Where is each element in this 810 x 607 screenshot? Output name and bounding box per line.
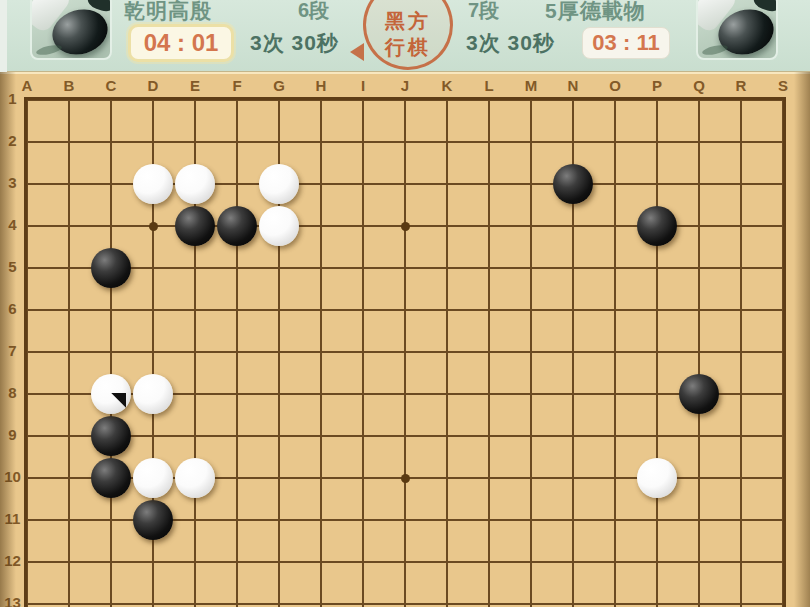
column-label-M: M	[521, 77, 541, 94]
column-label-R: R	[731, 77, 751, 94]
star-point-D4	[149, 222, 158, 231]
avatar-leaf-shadow	[701, 43, 728, 56]
column-label-F: F	[227, 77, 247, 94]
column-label-P: P	[647, 77, 667, 94]
black-player-name: 乾明高殷	[124, 0, 212, 25]
black-player-clock: 04 : 01	[128, 24, 234, 62]
last-move-triangle-marker	[111, 393, 126, 408]
white-stone-P10	[637, 458, 677, 498]
left-edge-strip	[0, 0, 7, 72]
column-label-I: I	[353, 77, 373, 94]
black-player-byoyomi: 3次 30秒	[250, 29, 339, 57]
left-shadow-vignette	[0, 72, 16, 607]
turn-stamp-line1: 黑方	[385, 8, 431, 34]
black-stone-E4	[175, 206, 215, 246]
black-stone-Q8	[679, 374, 719, 414]
column-label-C: C	[101, 77, 121, 94]
black-stone-C5	[91, 248, 131, 288]
column-label-E: E	[185, 77, 205, 94]
black-stone-D11	[133, 500, 173, 540]
game-header: 乾明高殷 6段 04 : 01 3次 30秒 黑方 行棋 7段 5厚德載物 3次…	[0, 0, 810, 72]
white-player-avatar	[696, 0, 778, 60]
column-label-S: S	[773, 77, 793, 94]
column-label-G: G	[269, 77, 289, 94]
black-stone-P4	[637, 206, 677, 246]
column-label-B: B	[59, 77, 79, 94]
column-label-K: K	[437, 77, 457, 94]
white-stone-C8	[91, 374, 131, 414]
avatar-leaf-shadow	[35, 43, 62, 56]
white-stone-D8	[133, 374, 173, 414]
board-top-highlight	[0, 72, 810, 74]
white-player-name: 5厚德載物	[545, 0, 646, 25]
black-stone-C10	[91, 458, 131, 498]
white-stone-G3	[259, 164, 299, 204]
white-player-byoyomi: 3次 30秒	[466, 29, 555, 57]
white-stone-E10	[175, 458, 215, 498]
column-label-O: O	[605, 77, 625, 94]
white-player-clock: 03 : 11	[582, 27, 670, 59]
black-stone-C9	[91, 416, 131, 456]
black-stone-F4	[217, 206, 257, 246]
white-stone-E3	[175, 164, 215, 204]
black-player-avatar	[30, 0, 112, 60]
star-point-J10	[401, 474, 410, 483]
column-label-Q: Q	[689, 77, 709, 94]
black-stone-N3	[553, 164, 593, 204]
turn-stamp: 黑方 行棋	[363, 0, 453, 70]
turn-stamp-line2: 行棋	[385, 34, 431, 60]
black-player-rank: 6段	[298, 0, 329, 24]
go-app-screen: 乾明高殷 6段 04 : 01 3次 30秒 黑方 行棋 7段 5厚德載物 3次…	[0, 0, 810, 607]
turn-stamp-pointer-icon	[350, 43, 364, 61]
column-label-J: J	[395, 77, 415, 94]
column-label-N: N	[563, 77, 583, 94]
star-point-J4	[401, 222, 410, 231]
column-label-D: D	[143, 77, 163, 94]
white-stone-G4	[259, 206, 299, 246]
right-shadow-vignette	[794, 72, 810, 607]
white-stone-D10	[133, 458, 173, 498]
white-stone-D3	[133, 164, 173, 204]
go-board[interactable]: ABCDEFGHIJKLMNOPQRS12345678910111213	[0, 72, 810, 607]
white-player-rank: 7段	[468, 0, 499, 24]
column-label-H: H	[311, 77, 331, 94]
column-label-L: L	[479, 77, 499, 94]
